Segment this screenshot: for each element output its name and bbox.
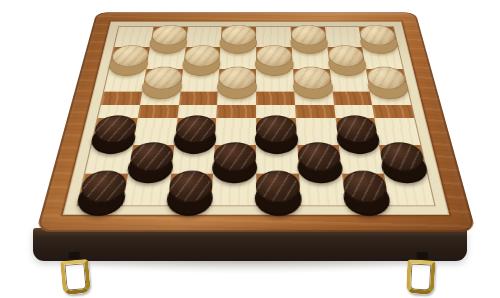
square-g7[interactable]: ⛀ <box>327 47 366 69</box>
checker-light[interactable]: ⛀ <box>256 45 293 66</box>
checker-light[interactable]: ⛀ <box>327 45 366 66</box>
square-f2[interactable]: ⛂ <box>297 145 341 174</box>
checker-dark[interactable]: ⛂ <box>256 171 300 202</box>
square-b2[interactable]: ⛂ <box>128 145 174 174</box>
square-c7[interactable]: ⛀ <box>183 47 221 69</box>
checker-light[interactable]: ⛀ <box>150 25 188 45</box>
checker-light[interactable]: ⛀ <box>366 66 408 89</box>
checker-light[interactable]: ⛀ <box>110 45 150 66</box>
checkers-board: ⛀⛀⛀⛀⛀⛀⛀⛀⛀⛀⛀⛀⛂⛂⛂⛂⛂⛂⛂⛂⛂⛂⛂⛂ <box>36 12 476 232</box>
product-photo-scene: ⛀⛀⛀⛀⛀⛀⛀⛀⛀⛀⛀⛀⛂⛂⛂⛂⛂⛂⛂⛂⛂⛂⛂⛂ <box>0 0 500 298</box>
square-e3[interactable]: ⛂ <box>256 118 297 145</box>
board-grid: ⛀⛀⛀⛀⛀⛀⛀⛀⛀⛀⛀⛀⛂⛂⛂⛂⛂⛂⛂⛂⛂⛂⛂⛂ <box>78 27 435 206</box>
checker-dark[interactable]: ⛂ <box>256 115 297 142</box>
square-h3[interactable] <box>375 118 421 145</box>
square-g3[interactable]: ⛂ <box>335 118 379 145</box>
square-a1[interactable]: ⛂ <box>78 174 128 206</box>
board-front-edge <box>33 228 467 261</box>
square-d4[interactable] <box>216 105 256 118</box>
square-c1[interactable]: ⛂ <box>167 174 213 206</box>
checker-light[interactable]: ⛀ <box>218 66 256 89</box>
checker-dark[interactable]: ⛂ <box>213 142 256 171</box>
square-d3[interactable] <box>215 118 256 145</box>
square-g1[interactable]: ⛂ <box>342 174 390 206</box>
checker-dark[interactable]: ⛂ <box>335 115 379 142</box>
square-g6[interactable] <box>329 69 370 92</box>
checker-light[interactable]: ⛀ <box>290 25 326 45</box>
square-b3[interactable] <box>133 118 177 145</box>
checker-light[interactable]: ⛀ <box>183 45 221 66</box>
square-a2[interactable] <box>85 145 133 174</box>
square-f1[interactable] <box>299 174 345 206</box>
square-a6[interactable] <box>104 69 146 92</box>
checker-dark[interactable]: ⛂ <box>167 171 213 202</box>
square-c6[interactable] <box>180 69 219 92</box>
square-h1[interactable] <box>384 174 434 206</box>
clasp-slot-icon <box>416 252 427 260</box>
square-f4[interactable] <box>295 105 335 118</box>
clasp-loop-icon <box>406 259 436 294</box>
square-b4[interactable] <box>137 105 178 118</box>
board-frame: ⛀⛀⛀⛀⛀⛀⛀⛀⛀⛀⛀⛀⛂⛂⛂⛂⛂⛂⛂⛂⛂⛂⛂⛂ <box>36 12 476 232</box>
square-f3[interactable] <box>296 118 339 145</box>
checker-light[interactable]: ⛀ <box>221 25 256 45</box>
checker-dark[interactable]: ⛂ <box>341 171 389 202</box>
square-d1[interactable] <box>211 174 256 206</box>
square-g2[interactable] <box>338 145 384 174</box>
square-d2[interactable]: ⛂ <box>213 145 256 174</box>
square-h2[interactable]: ⛂ <box>379 145 427 174</box>
square-b5[interactable] <box>140 92 180 105</box>
brass-clasp-right <box>405 251 437 291</box>
square-f6[interactable]: ⛀ <box>293 69 332 92</box>
square-c5[interactable] <box>179 92 218 105</box>
square-c3[interactable]: ⛂ <box>174 118 217 145</box>
square-h5[interactable] <box>370 92 411 105</box>
square-a3[interactable]: ⛂ <box>92 118 138 145</box>
square-f5[interactable] <box>294 92 333 105</box>
checker-dark[interactable]: ⛂ <box>297 142 341 171</box>
square-a7[interactable]: ⛀ <box>109 47 149 69</box>
square-b1[interactable] <box>122 174 170 206</box>
checker-dark[interactable]: ⛂ <box>379 142 427 171</box>
square-b7[interactable] <box>146 47 185 69</box>
square-e2[interactable] <box>256 145 299 174</box>
square-f8[interactable]: ⛀ <box>290 27 327 47</box>
square-h7[interactable] <box>362 47 402 69</box>
square-a5[interactable] <box>101 92 142 105</box>
square-e6[interactable] <box>256 69 294 92</box>
square-e5[interactable] <box>256 92 295 105</box>
square-f7[interactable] <box>291 47 329 69</box>
checker-light[interactable]: ⛀ <box>293 66 332 89</box>
square-h4[interactable] <box>372 105 414 118</box>
checker-dark[interactable]: ⛂ <box>128 142 174 171</box>
square-d5[interactable] <box>217 92 256 105</box>
checker-dark[interactable]: ⛂ <box>174 115 216 142</box>
clasp-loop-icon <box>60 259 91 295</box>
square-b8[interactable]: ⛀ <box>150 27 188 47</box>
square-b6[interactable]: ⛀ <box>142 69 183 92</box>
brass-clasp-left <box>58 251 91 291</box>
square-h6[interactable]: ⛀ <box>366 69 408 92</box>
clasp-slot-icon <box>68 252 80 260</box>
board-margin: ⛀⛀⛀⛀⛀⛀⛀⛀⛀⛀⛀⛀⛂⛂⛂⛂⛂⛂⛂⛂⛂⛂⛂⛂ <box>63 21 450 214</box>
square-c2[interactable] <box>170 145 214 174</box>
square-e7[interactable]: ⛀ <box>256 47 293 69</box>
checker-dark[interactable]: ⛂ <box>78 171 128 202</box>
square-e1[interactable]: ⛂ <box>256 174 301 206</box>
square-d7[interactable] <box>219 47 256 69</box>
checker-light[interactable]: ⛀ <box>142 66 183 89</box>
square-d8[interactable]: ⛀ <box>221 27 256 47</box>
square-g5[interactable] <box>332 92 372 105</box>
square-h8[interactable]: ⛀ <box>359 27 398 47</box>
square-d6[interactable]: ⛀ <box>218 69 256 92</box>
checker-dark[interactable]: ⛂ <box>92 115 138 142</box>
checker-light[interactable]: ⛀ <box>358 25 397 45</box>
